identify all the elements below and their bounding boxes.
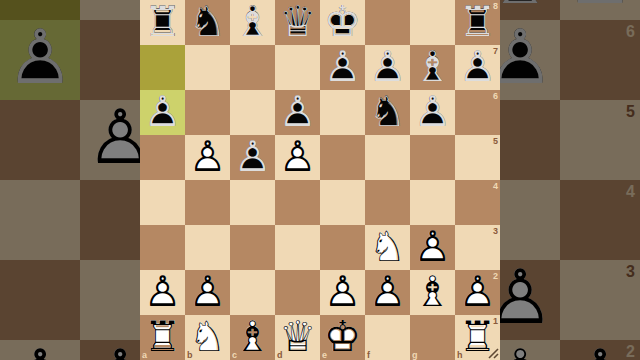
square-g8[interactable] [410,0,455,45]
square-e2[interactable]: ♟♙ [320,270,365,315]
piece-white-king[interactable]: ♚♔ [320,315,365,360]
square-e8[interactable]: ♚♔ [320,0,365,45]
square-h4[interactable]: 4 [455,180,500,225]
square-d7[interactable] [275,45,320,90]
piece-black-pawn[interactable]: ♟♙ [230,135,275,180]
square-a8[interactable]: ♜♖ [140,0,185,45]
piece-white-pawn[interactable]: ♟♙ [185,270,230,315]
rank-label-6: 6 [493,91,498,101]
square-a7[interactable] [140,45,185,90]
square-d1[interactable]: d♛♕ [275,315,320,360]
piece-white-pawn[interactable]: ♟♙ [275,135,320,180]
piece-white-knight[interactable]: ♞♘ [365,225,410,270]
piece-black-knight[interactable]: ♞♘ [365,90,410,135]
square-h5[interactable]: 5 [455,135,500,180]
piece-white-pawn[interactable]: ♟♙ [365,270,410,315]
square-e1[interactable]: e♚♔ [320,315,365,360]
piece-black-rook[interactable]: ♜♖ [140,0,185,45]
square-b1[interactable]: b♞♘ [185,315,230,360]
square-e5[interactable] [320,135,365,180]
square-g5[interactable] [410,135,455,180]
board-resize-handle[interactable] [485,345,500,360]
square-h8[interactable]: 8♜♖ [455,0,500,45]
square-e7[interactable]: ♟♙ [320,45,365,90]
square-f2[interactable]: ♟♙ [365,270,410,315]
piece-black-queen[interactable]: ♛♕ [275,0,320,45]
piece-black-rook[interactable]: ♜♖ [455,0,500,45]
piece-white-pawn[interactable]: ♟♙ [455,270,500,315]
square-d8[interactable]: ♛♕ [275,0,320,45]
piece-white-pawn[interactable]: ♟♙ [140,270,185,315]
piece-white-bishop[interactable]: ♝♗ [410,270,455,315]
piece-black-pawn[interactable]: ♟♙ [365,45,410,90]
square-b7[interactable] [185,45,230,90]
square-f7[interactable]: ♟♙ [365,45,410,90]
piece-black-bishop[interactable]: ♝♗ [410,45,455,90]
square-c8[interactable]: ♝♗ [230,0,275,45]
square-g6[interactable]: ♟♙ [410,90,455,135]
piece-white-pawn[interactable]: ♟♙ [410,225,455,270]
square-c2[interactable] [230,270,275,315]
square-e6[interactable] [320,90,365,135]
square-c5[interactable]: ♟♙ [230,135,275,180]
square-h6[interactable]: 6 [455,90,500,135]
video-frame: ♜♖♞♘♝♗♛♕♚♔8♜♖♟♙♟♙♝♗7♟♙♟♙♟♙♞♘♟♙6♟♙♟♙♟♙54♞… [0,0,640,360]
rank-label-5: 5 [493,136,498,146]
square-b5[interactable]: ♟♙ [185,135,230,180]
square-a2[interactable]: ♟♙ [140,270,185,315]
piece-white-bishop[interactable]: ♝♗ [230,315,275,360]
piece-black-pawn[interactable]: ♟♙ [275,90,320,135]
rank-label-4: 4 [493,181,498,191]
piece-black-pawn[interactable]: ♟♙ [320,45,365,90]
square-f5[interactable] [365,135,410,180]
square-d5[interactable]: ♟♙ [275,135,320,180]
square-g4[interactable] [410,180,455,225]
rank-label-3: 3 [493,226,498,236]
piece-black-pawn[interactable]: ♟♙ [410,90,455,135]
square-a4[interactable] [140,180,185,225]
square-a1[interactable]: a♜♖ [140,315,185,360]
chess-board[interactable]: ♜♖♞♘♝♗♛♕♚♔8♜♖♟♙♟♙♝♗7♟♙♟♙♟♙♞♘♟♙6♟♙♟♙♟♙54♞… [140,0,500,360]
piece-white-pawn[interactable]: ♟♙ [185,135,230,180]
square-f3[interactable]: ♞♘ [365,225,410,270]
square-b8[interactable]: ♞♘ [185,0,230,45]
square-e3[interactable] [320,225,365,270]
square-a5[interactable] [140,135,185,180]
square-h7[interactable]: 7♟♙ [455,45,500,90]
square-h2[interactable]: 2♟♙ [455,270,500,315]
square-d6[interactable]: ♟♙ [275,90,320,135]
piece-white-knight[interactable]: ♞♘ [185,315,230,360]
square-d4[interactable] [275,180,320,225]
file-label-f: f [367,350,370,360]
square-e4[interactable] [320,180,365,225]
piece-black-pawn[interactable]: ♟♙ [455,45,500,90]
square-b3[interactable] [185,225,230,270]
file-label-g: g [412,350,418,360]
square-d3[interactable] [275,225,320,270]
piece-black-pawn[interactable]: ♟♙ [140,90,185,135]
square-f6[interactable]: ♞♘ [365,90,410,135]
square-b2[interactable]: ♟♙ [185,270,230,315]
square-c7[interactable] [230,45,275,90]
piece-black-king[interactable]: ♚♔ [320,0,365,45]
piece-white-pawn[interactable]: ♟♙ [320,270,365,315]
square-d2[interactable] [275,270,320,315]
square-h3[interactable]: 3 [455,225,500,270]
square-g3[interactable]: ♟♙ [410,225,455,270]
piece-white-rook[interactable]: ♜♖ [140,315,185,360]
piece-black-knight[interactable]: ♞♘ [185,0,230,45]
square-b6[interactable] [185,90,230,135]
square-a3[interactable] [140,225,185,270]
square-b4[interactable] [185,180,230,225]
square-g2[interactable]: ♝♗ [410,270,455,315]
square-a6[interactable]: ♟♙ [140,90,185,135]
square-c3[interactable] [230,225,275,270]
square-f8[interactable] [365,0,410,45]
square-f4[interactable] [365,180,410,225]
square-c4[interactable] [230,180,275,225]
square-c1[interactable]: c♝♗ [230,315,275,360]
square-g1[interactable]: g [410,315,455,360]
square-f1[interactable]: f [365,315,410,360]
piece-white-queen[interactable]: ♛♕ [275,315,320,360]
piece-black-bishop[interactable]: ♝♗ [230,0,275,45]
square-c6[interactable] [230,90,275,135]
square-g7[interactable]: ♝♗ [410,45,455,90]
